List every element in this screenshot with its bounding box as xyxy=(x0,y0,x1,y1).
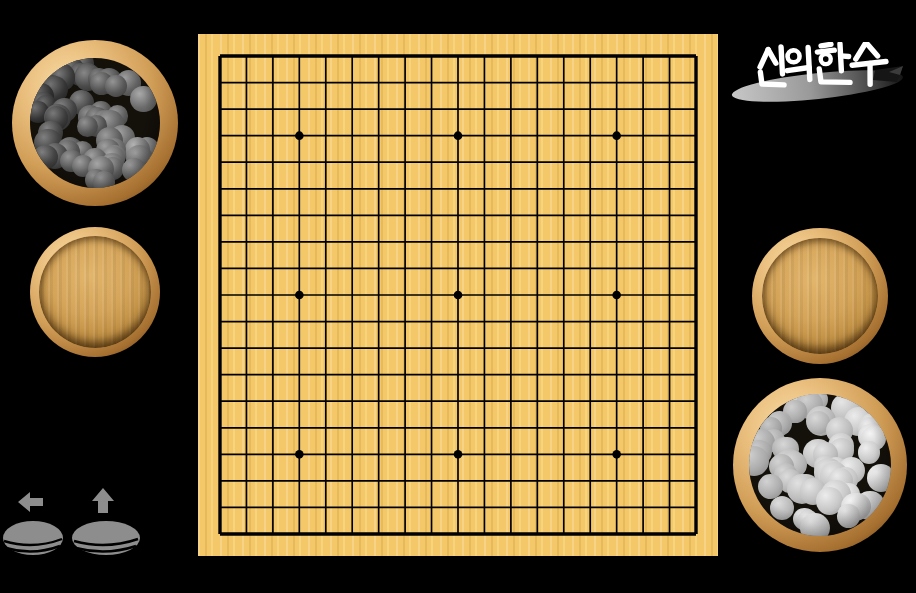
black-stone-bowl xyxy=(12,40,178,206)
white-stone xyxy=(770,496,794,520)
white-stone xyxy=(867,464,891,492)
undo-button[interactable] xyxy=(2,488,68,560)
logo-calligraphy-icon xyxy=(729,42,907,108)
app-background xyxy=(0,0,916,593)
lid-face xyxy=(39,236,151,348)
board-grid-area xyxy=(217,53,699,537)
go-board[interactable] xyxy=(198,34,718,556)
white-stone xyxy=(800,513,830,536)
white-stone xyxy=(837,504,861,528)
white-bowl-lid xyxy=(752,228,888,364)
app-logo xyxy=(729,42,907,108)
black-stone xyxy=(105,75,126,96)
black-stone xyxy=(93,171,115,188)
black-stone xyxy=(122,158,146,182)
up-arrow-stones-icon xyxy=(70,484,144,560)
black-stone xyxy=(130,86,156,112)
black-bowl-lid xyxy=(30,227,160,357)
lid-face xyxy=(762,238,878,354)
white-stones xyxy=(749,394,891,536)
left-arrow-stones-icon xyxy=(2,488,68,560)
black-stones xyxy=(30,58,160,188)
pass-button[interactable] xyxy=(70,484,144,560)
board-grid xyxy=(217,53,699,537)
white-stone-bowl xyxy=(733,378,907,552)
black-stone xyxy=(33,145,57,169)
